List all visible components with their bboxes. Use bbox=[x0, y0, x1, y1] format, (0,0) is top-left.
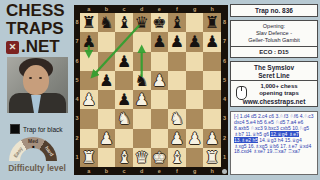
square-d7 bbox=[133, 32, 151, 51]
square-e8: ♚ bbox=[151, 13, 169, 32]
square-e7: ♟ bbox=[151, 32, 169, 51]
square-f6 bbox=[168, 52, 186, 71]
coordinate-label: g bbox=[186, 167, 204, 175]
square-a8: ♜ bbox=[80, 13, 98, 32]
white-q-piece: ♛ bbox=[133, 148, 151, 167]
coordinate-label: h bbox=[203, 167, 221, 175]
square-d2 bbox=[133, 129, 151, 148]
square-g6 bbox=[186, 52, 204, 71]
white-p-piece: ♟ bbox=[151, 71, 169, 90]
square-g7: ♟ bbox=[186, 32, 204, 51]
square-f7: ♟ bbox=[168, 32, 186, 51]
square-g3 bbox=[186, 109, 204, 128]
square-b3 bbox=[98, 109, 116, 128]
video-frame: CHESS TRAPS ✕ .NET Trap for black Easy M… bbox=[0, 0, 320, 180]
square-e5: ♟ bbox=[151, 71, 169, 90]
square-b7 bbox=[98, 32, 116, 51]
square-h6 bbox=[203, 52, 221, 71]
square-h3 bbox=[203, 109, 221, 128]
coordinate-label: c bbox=[115, 167, 133, 175]
square-g1 bbox=[186, 148, 204, 167]
presenter-photo bbox=[7, 57, 68, 113]
white-n-piece: ♞ bbox=[115, 109, 133, 128]
coordinate-label: 8 bbox=[221, 13, 228, 32]
coordinate-label: 2 bbox=[221, 129, 228, 148]
coordinate-label: 1 bbox=[221, 148, 228, 167]
square-d5: ♞ bbox=[133, 71, 151, 90]
white-r-piece: ♜ bbox=[80, 148, 98, 167]
black-b-piece: ♝ bbox=[115, 13, 133, 32]
square-e4 bbox=[151, 90, 169, 109]
trap-side-label: Trap for black bbox=[23, 126, 63, 133]
white-k-piece: ♚ bbox=[151, 148, 169, 167]
black-r-piece: ♜ bbox=[203, 13, 221, 32]
square-b1 bbox=[98, 148, 116, 167]
black-p-piece: ♟ bbox=[203, 32, 221, 51]
square-e2 bbox=[151, 129, 169, 148]
white-p-piece: ♟ bbox=[133, 90, 151, 109]
black-square-icon bbox=[10, 124, 20, 134]
white-b-piece: ♝ bbox=[168, 148, 186, 167]
promo-box: 1,000+ chess opening traps www.chesstrap… bbox=[230, 80, 318, 107]
coordinate-label: 6 bbox=[221, 52, 228, 71]
square-c6: ♟ bbox=[115, 52, 133, 71]
presenter-eye bbox=[29, 77, 32, 79]
coordinate-label: h bbox=[203, 5, 221, 13]
coordinate-label: 4 bbox=[221, 90, 228, 109]
square-c1: ♝ bbox=[115, 148, 133, 167]
square-h7: ♟ bbox=[203, 32, 221, 51]
coordinate-label: e bbox=[151, 5, 169, 13]
square-d1: ♛ bbox=[133, 148, 151, 167]
chess-board: ♜♞♝♛♚♝♜♟♟♟♟♟♟♟♞♟♟♟♟♞♞♟♟♟♟♜♝♛♚♝♜ bbox=[80, 13, 221, 167]
square-c7 bbox=[115, 32, 133, 51]
board-corner-logo-icon bbox=[222, 169, 227, 174]
square-h4 bbox=[203, 90, 221, 109]
square-a5 bbox=[80, 71, 98, 90]
square-h2: ♟ bbox=[203, 129, 221, 148]
square-f3: ♞ bbox=[168, 109, 186, 128]
square-b2: ♟ bbox=[98, 129, 116, 148]
square-a3 bbox=[80, 109, 98, 128]
coordinate-label: b bbox=[98, 167, 116, 175]
coordinate-label: d bbox=[133, 167, 151, 175]
square-e3 bbox=[151, 109, 169, 128]
black-p-piece: ♟ bbox=[186, 32, 204, 51]
square-h5 bbox=[203, 71, 221, 90]
square-a1: ♜ bbox=[80, 148, 98, 167]
square-f2: ♟ bbox=[168, 129, 186, 148]
square-c8: ♝ bbox=[115, 13, 133, 32]
white-p-piece: ♟ bbox=[203, 129, 221, 148]
square-g8 bbox=[186, 13, 204, 32]
chesstraps-logo: CHESS TRAPS ✕ .NET bbox=[6, 2, 74, 56]
square-b6 bbox=[98, 52, 116, 71]
white-p-piece: ♟ bbox=[80, 90, 98, 109]
coordinate-label: b bbox=[98, 5, 116, 13]
black-p-piece: ♟ bbox=[115, 52, 133, 71]
square-e6 bbox=[151, 52, 169, 71]
coordinate-label: 7 bbox=[221, 32, 228, 51]
opening-heading: Opening: bbox=[231, 23, 317, 30]
coordinate-label: g bbox=[186, 5, 204, 13]
black-q-piece: ♛ bbox=[133, 13, 151, 32]
logo-net-label: .NET bbox=[21, 38, 60, 56]
opening-name-line2: Geller-Tolush Gambit bbox=[231, 37, 317, 44]
opening-name-line1: Slav Defence - bbox=[231, 30, 317, 37]
square-c5 bbox=[115, 71, 133, 90]
square-g4 bbox=[186, 90, 204, 109]
rank-labels-right: 87654321 bbox=[221, 13, 228, 167]
eco-code-box: ECO : D15 bbox=[230, 46, 318, 58]
file-labels-bottom: abcdefgh bbox=[80, 167, 221, 175]
square-a7: ♟ bbox=[80, 32, 98, 51]
square-g5 bbox=[186, 71, 204, 90]
black-p-piece: ♟ bbox=[151, 32, 169, 51]
square-f1: ♝ bbox=[168, 148, 186, 167]
gauge-hard-label: hard bbox=[44, 145, 55, 157]
square-e1: ♚ bbox=[151, 148, 169, 167]
coordinate-label: f bbox=[168, 5, 186, 13]
difficulty-gauge: Easy Med hard ♟ bbox=[9, 137, 57, 161]
presenter-face bbox=[23, 65, 49, 95]
square-d4: ♟ bbox=[133, 90, 151, 109]
square-d8: ♛ bbox=[133, 13, 151, 32]
coordinate-label: c bbox=[115, 5, 133, 13]
square-g2: ♟ bbox=[186, 129, 204, 148]
chess-board-frame: abcdefgh abcdefgh 87654321 87654321 ♜♞♝♛… bbox=[74, 5, 228, 175]
square-a6 bbox=[80, 52, 98, 71]
black-r-piece: ♜ bbox=[80, 13, 98, 32]
square-a4: ♟ bbox=[80, 90, 98, 109]
coordinate-label: 5 bbox=[221, 71, 228, 90]
gauge-pawn-needle-icon: ♟ bbox=[27, 144, 40, 158]
black-k-piece: ♚ bbox=[151, 13, 169, 32]
black-p-piece: ♟ bbox=[98, 71, 116, 90]
coordinate-label: 3 bbox=[221, 109, 228, 128]
file-labels-top: abcdefgh bbox=[80, 5, 221, 13]
trap-side-indicator: Trap for black bbox=[10, 124, 63, 134]
coordinate-label: a bbox=[80, 5, 98, 13]
square-c4: ♟ bbox=[115, 90, 133, 109]
square-b5: ♟ bbox=[98, 71, 116, 90]
coordinate-label: f bbox=[168, 167, 186, 175]
gauge-easy-label: Easy bbox=[12, 145, 24, 158]
square-c2 bbox=[115, 129, 133, 148]
square-b8: ♞ bbox=[98, 13, 116, 32]
coordinate-label: a bbox=[80, 167, 98, 175]
logo-line-2: TRAPS bbox=[6, 20, 74, 38]
logo-line-1: CHESS bbox=[6, 2, 74, 20]
black-p-piece: ♟ bbox=[168, 32, 186, 51]
white-p-piece: ♟ bbox=[186, 129, 204, 148]
square-c3: ♞ bbox=[115, 109, 133, 128]
opening-box: Opening: Slav Defence - Geller-Tolush Ga… bbox=[230, 20, 318, 47]
square-f5 bbox=[168, 71, 186, 90]
square-d3 bbox=[133, 109, 151, 128]
variation-name-line1: The Symslov bbox=[231, 64, 317, 72]
white-n-piece: ♞ bbox=[168, 109, 186, 128]
square-b4 bbox=[98, 90, 116, 109]
square-f4 bbox=[168, 90, 186, 109]
difficulty-level-label: Difficulty level bbox=[2, 163, 72, 173]
square-h8: ♜ bbox=[203, 13, 221, 32]
coordinate-label: e bbox=[151, 167, 169, 175]
square-d6 bbox=[133, 52, 151, 71]
white-p-piece: ♟ bbox=[168, 129, 186, 148]
black-n-piece: ♞ bbox=[133, 71, 151, 90]
logo-x-icon: ✕ bbox=[6, 41, 19, 54]
mouse-icon bbox=[236, 86, 247, 100]
black-p-piece: ♟ bbox=[115, 90, 133, 109]
black-n-piece: ♞ bbox=[98, 13, 116, 32]
white-b-piece: ♝ bbox=[115, 148, 133, 167]
square-h1: ♜ bbox=[203, 148, 221, 167]
square-f8: ♝ bbox=[168, 13, 186, 32]
coordinate-label: d bbox=[133, 5, 151, 13]
square-a2 bbox=[80, 129, 98, 148]
trap-number-box: Trap no. 836 bbox=[230, 4, 318, 17]
move-list-box: [-] 1.d4 d5 2.c4 c6 3.♘f3 ♘f6 4.♘c3 dxc4… bbox=[230, 111, 318, 175]
presenter-eye bbox=[39, 77, 42, 79]
black-b-piece: ♝ bbox=[168, 13, 186, 32]
white-r-piece: ♜ bbox=[203, 148, 221, 167]
black-p-piece: ♟ bbox=[80, 32, 98, 51]
variation-name-line2: Seret Line bbox=[231, 72, 317, 80]
white-p-piece: ♟ bbox=[98, 129, 116, 148]
